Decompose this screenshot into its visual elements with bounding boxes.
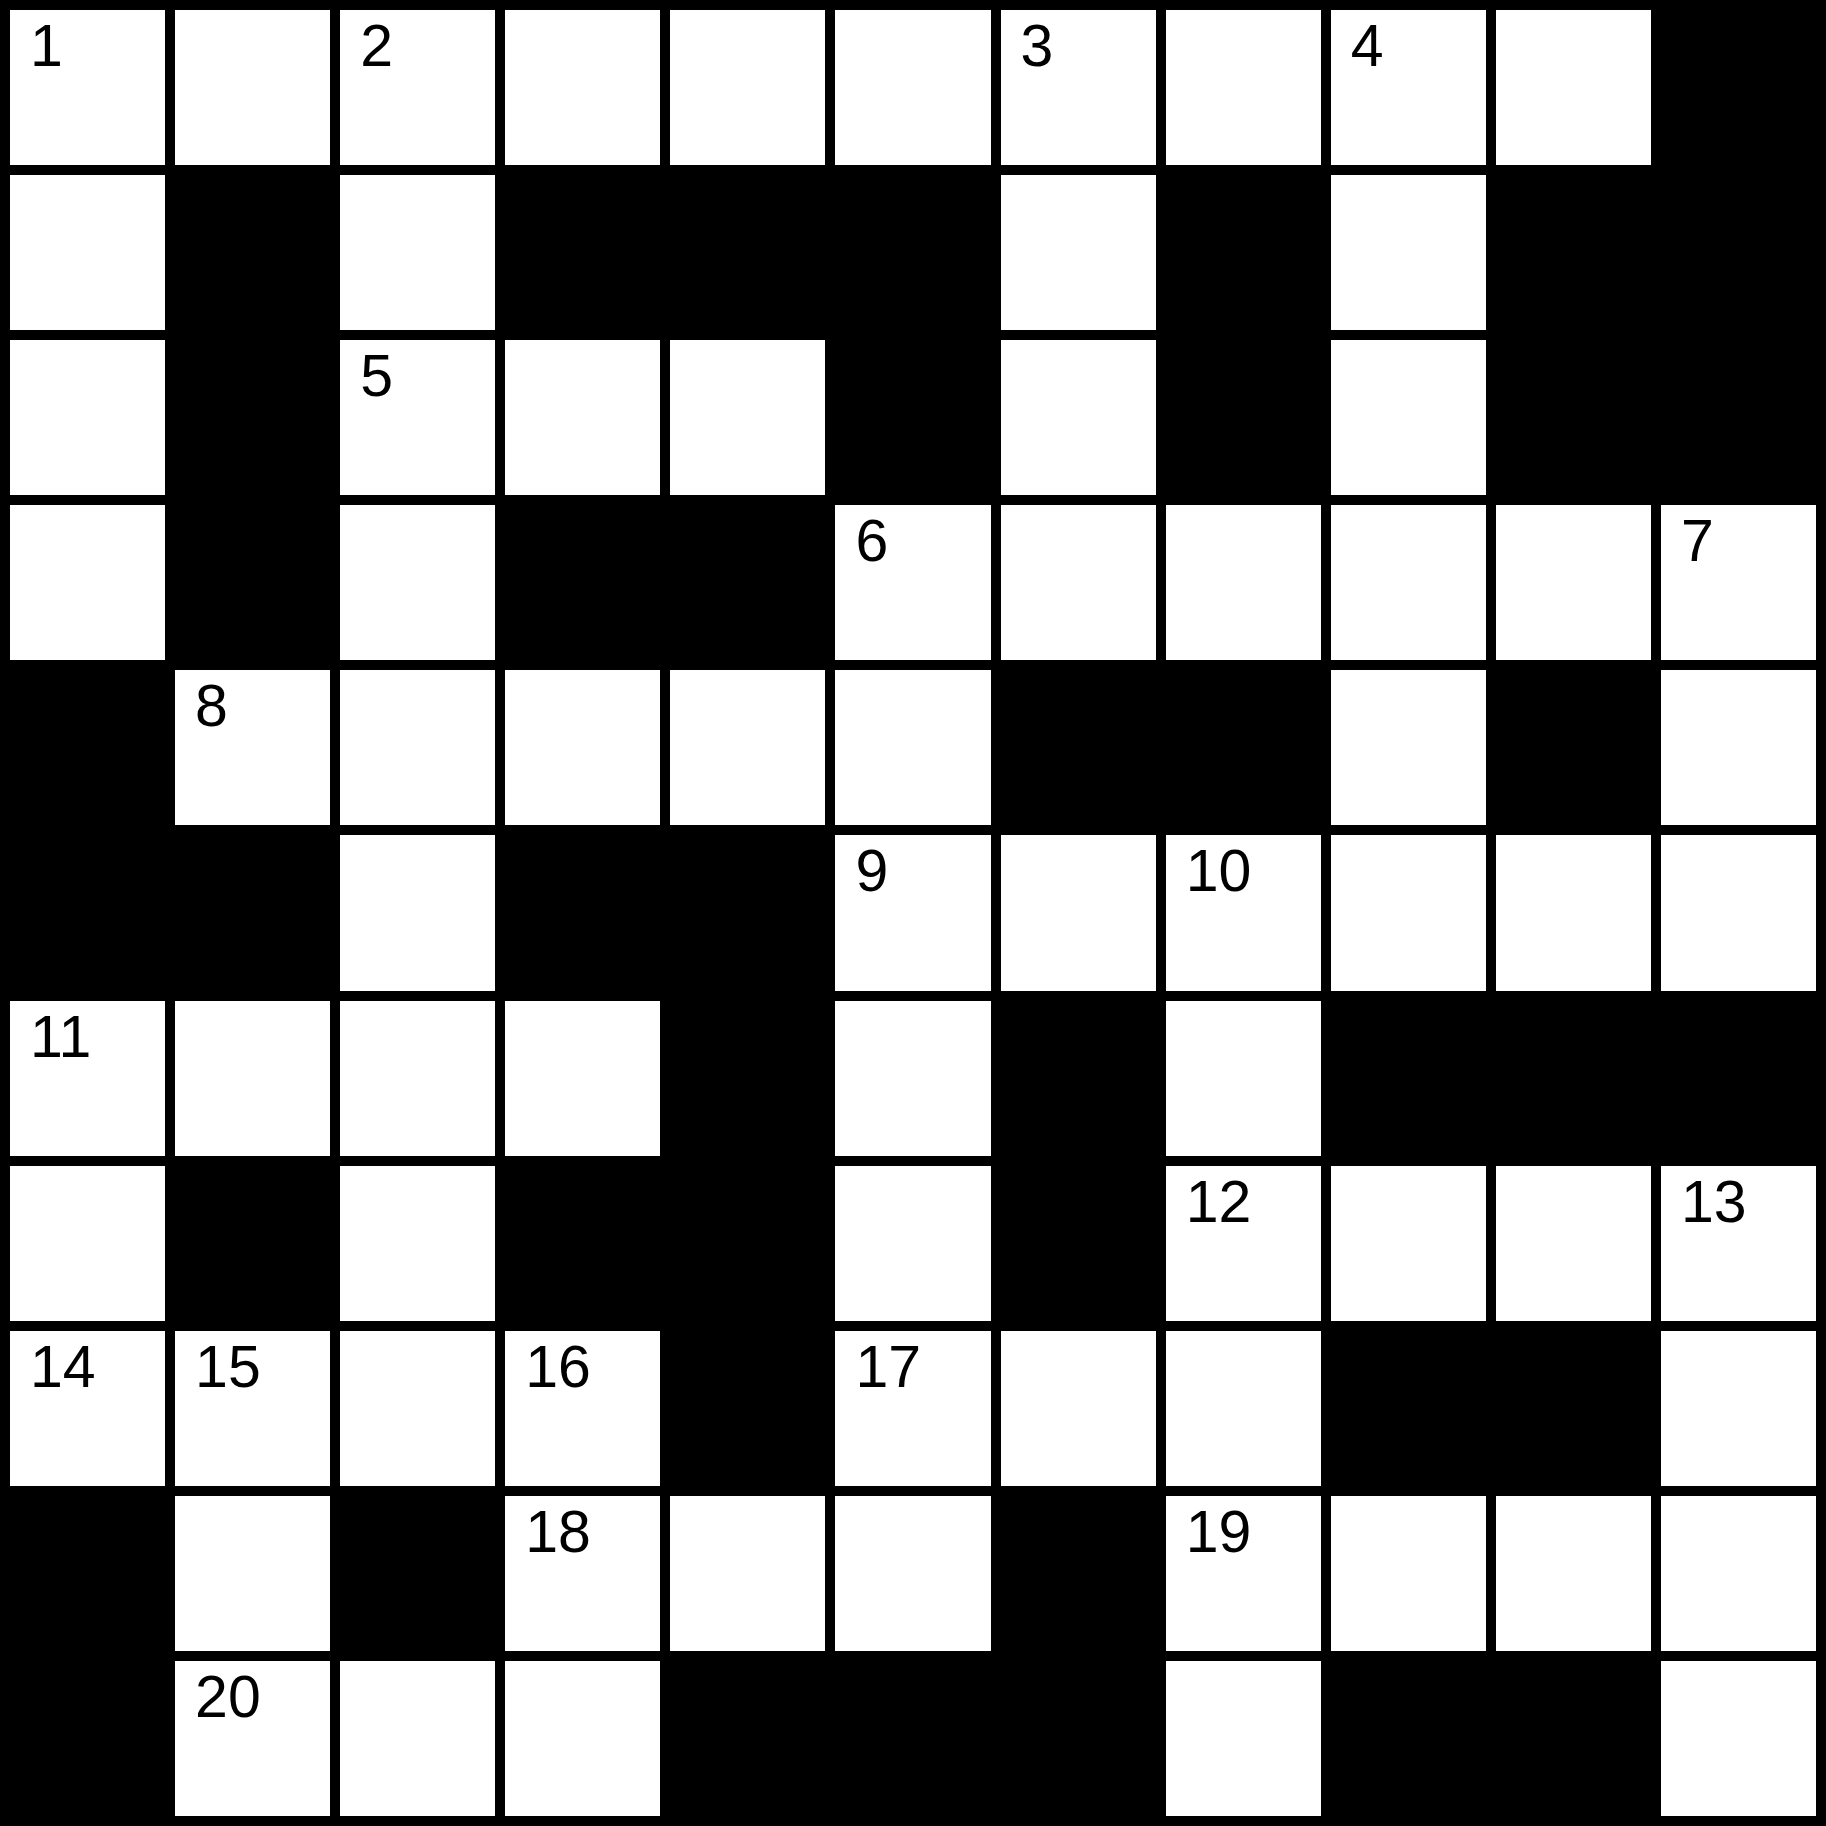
black-cell [1331, 1661, 1486, 1816]
white-cell[interactable] [505, 670, 660, 825]
black-cell [10, 1661, 165, 1816]
white-cell[interactable] [670, 670, 825, 825]
white-cell[interactable] [1001, 175, 1156, 330]
clue-number: 11 [30, 1005, 91, 1070]
white-cell[interactable] [1496, 505, 1651, 660]
white-cell[interactable]: 6 [835, 505, 990, 660]
black-cell [175, 505, 330, 660]
black-cell [340, 1496, 495, 1651]
white-cell[interactable] [340, 835, 495, 990]
white-cell[interactable] [175, 1496, 330, 1651]
white-cell[interactable] [10, 1166, 165, 1321]
white-cell[interactable] [670, 10, 825, 165]
black-cell [670, 505, 825, 660]
white-cell[interactable]: 16 [505, 1331, 660, 1486]
clue-number: 17 [855, 1335, 921, 1400]
clue-number: 18 [525, 1500, 591, 1565]
white-cell[interactable] [505, 1661, 660, 1816]
white-cell[interactable]: 14 [10, 1331, 165, 1486]
white-cell[interactable]: 10 [1166, 835, 1321, 990]
white-cell[interactable]: 1 [10, 10, 165, 165]
black-cell [505, 835, 660, 990]
white-cell[interactable] [835, 1496, 990, 1651]
white-cell[interactable] [340, 1001, 495, 1156]
clue-number: 16 [525, 1335, 591, 1400]
white-cell[interactable] [340, 1331, 495, 1486]
black-cell [175, 1166, 330, 1321]
white-cell[interactable]: 7 [1661, 505, 1816, 660]
white-cell[interactable] [175, 10, 330, 165]
clue-number: 5 [360, 344, 393, 409]
black-cell [1661, 340, 1816, 495]
white-cell[interactable] [1331, 1496, 1486, 1651]
white-cell[interactable] [10, 505, 165, 660]
black-cell [670, 1001, 825, 1156]
black-cell [1331, 1331, 1486, 1486]
white-cell[interactable] [10, 175, 165, 330]
crossword-grid: 1234567891011121314151617181920 [0, 0, 1826, 1826]
white-cell[interactable] [1166, 1661, 1321, 1816]
black-cell [10, 670, 165, 825]
black-cell [1001, 1661, 1156, 1816]
clue-number: 15 [195, 1335, 261, 1400]
clue-number: 8 [195, 674, 228, 739]
black-cell [175, 835, 330, 990]
white-cell[interactable] [1496, 835, 1651, 990]
white-cell[interactable] [505, 340, 660, 495]
white-cell[interactable] [1496, 1166, 1651, 1321]
black-cell [1001, 1001, 1156, 1156]
white-cell[interactable]: 4 [1331, 10, 1486, 165]
white-cell[interactable] [835, 670, 990, 825]
clue-number: 2 [360, 14, 393, 79]
white-cell[interactable] [1166, 10, 1321, 165]
white-cell[interactable] [835, 10, 990, 165]
white-cell[interactable] [1166, 1331, 1321, 1486]
white-cell[interactable]: 17 [835, 1331, 990, 1486]
black-cell [670, 835, 825, 990]
white-cell[interactable] [1331, 835, 1486, 990]
white-cell[interactable]: 2 [340, 10, 495, 165]
black-cell [1661, 175, 1816, 330]
black-cell [670, 1331, 825, 1486]
white-cell[interactable] [1331, 340, 1486, 495]
white-cell[interactable] [1661, 1661, 1816, 1816]
black-cell [1496, 175, 1651, 330]
white-cell[interactable] [10, 340, 165, 495]
clue-number: 13 [1681, 1170, 1747, 1235]
clue-number: 14 [30, 1335, 96, 1400]
white-cell[interactable] [175, 1001, 330, 1156]
white-cell[interactable] [340, 175, 495, 330]
clue-number: 9 [855, 839, 888, 904]
white-cell[interactable] [670, 1496, 825, 1651]
white-cell[interactable] [505, 10, 660, 165]
white-cell[interactable] [340, 1166, 495, 1321]
clue-number: 20 [195, 1665, 261, 1730]
white-cell[interactable]: 8 [175, 670, 330, 825]
white-cell[interactable] [1496, 1496, 1651, 1651]
black-cell [1166, 670, 1321, 825]
black-cell [1496, 340, 1651, 495]
white-cell[interactable]: 9 [835, 835, 990, 990]
black-cell [1496, 1661, 1651, 1816]
clue-number: 6 [855, 509, 888, 574]
white-cell[interactable]: 19 [1166, 1496, 1321, 1651]
white-cell[interactable] [340, 670, 495, 825]
white-cell[interactable] [1331, 505, 1486, 660]
black-cell [1001, 670, 1156, 825]
black-cell [1166, 340, 1321, 495]
black-cell [835, 1661, 990, 1816]
white-cell[interactable] [1661, 1331, 1816, 1486]
black-cell [175, 340, 330, 495]
black-cell [505, 505, 660, 660]
white-cell[interactable] [1661, 835, 1816, 990]
black-cell [670, 1661, 825, 1816]
white-cell[interactable] [1496, 10, 1651, 165]
black-cell [1331, 1001, 1486, 1156]
white-cell[interactable] [1001, 835, 1156, 990]
black-cell [1496, 1331, 1651, 1486]
white-cell[interactable]: 3 [1001, 10, 1156, 165]
black-cell [1661, 1001, 1816, 1156]
white-cell[interactable] [1001, 1331, 1156, 1486]
white-cell[interactable]: 13 [1661, 1166, 1816, 1321]
black-cell [670, 175, 825, 330]
white-cell[interactable] [1001, 340, 1156, 495]
black-cell [10, 835, 165, 990]
black-cell [835, 175, 990, 330]
black-cell [1166, 175, 1321, 330]
black-cell [1661, 10, 1816, 165]
clue-number: 4 [1351, 14, 1384, 79]
clue-number: 7 [1681, 509, 1714, 574]
white-cell[interactable] [505, 1001, 660, 1156]
white-cell[interactable] [1166, 505, 1321, 660]
white-cell[interactable] [1331, 175, 1486, 330]
white-cell[interactable]: 15 [175, 1331, 330, 1486]
white-cell[interactable] [835, 1166, 990, 1321]
white-cell[interactable] [340, 1661, 495, 1816]
black-cell [1001, 1496, 1156, 1651]
white-cell[interactable] [1331, 1166, 1486, 1321]
white-cell[interactable]: 11 [10, 1001, 165, 1156]
white-cell[interactable] [1166, 1001, 1321, 1156]
white-cell[interactable] [1331, 670, 1486, 825]
white-cell[interactable] [1661, 670, 1816, 825]
black-cell [505, 1166, 660, 1321]
white-cell[interactable] [1001, 505, 1156, 660]
clue-number: 10 [1186, 839, 1252, 904]
black-cell [10, 1496, 165, 1651]
white-cell[interactable] [835, 1001, 990, 1156]
black-cell [505, 175, 660, 330]
black-cell [175, 175, 330, 330]
white-cell[interactable]: 12 [1166, 1166, 1321, 1321]
black-cell [1496, 1001, 1651, 1156]
white-cell[interactable]: 20 [175, 1661, 330, 1816]
white-cell[interactable]: 5 [340, 340, 495, 495]
white-cell[interactable] [670, 340, 825, 495]
clue-number: 12 [1186, 1170, 1252, 1235]
clue-number: 3 [1021, 14, 1054, 79]
clue-number: 19 [1186, 1500, 1252, 1565]
clue-number: 1 [30, 14, 63, 79]
black-cell [1496, 670, 1651, 825]
white-cell[interactable]: 18 [505, 1496, 660, 1651]
white-cell[interactable] [1661, 1496, 1816, 1651]
black-cell [1001, 1166, 1156, 1321]
black-cell [835, 340, 990, 495]
white-cell[interactable] [340, 505, 495, 660]
black-cell [670, 1166, 825, 1321]
